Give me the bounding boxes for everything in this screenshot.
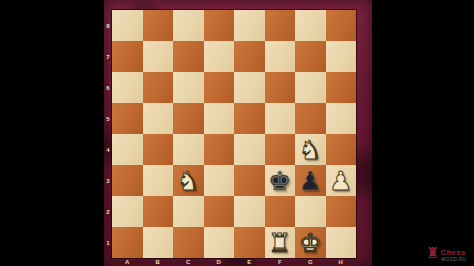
square-e3[interactable]: [234, 165, 265, 196]
white-king-g1[interactable]: ♚: [299, 230, 322, 256]
square-h2[interactable]: [326, 196, 357, 227]
square-f2[interactable]: [265, 196, 296, 227]
square-c4[interactable]: [173, 134, 204, 165]
square-h1[interactable]: [326, 227, 357, 258]
square-a1[interactable]: [112, 227, 143, 258]
square-c6[interactable]: [173, 72, 204, 103]
file-label-h: H: [326, 258, 357, 266]
watermark: ♜ Chess WOOD.RU: [426, 246, 473, 263]
square-e8[interactable]: [234, 10, 265, 41]
square-d1[interactable]: [204, 227, 235, 258]
square-e2[interactable]: [234, 196, 265, 227]
square-d8[interactable]: [204, 10, 235, 41]
white-pawn-h3[interactable]: ♟: [329, 168, 352, 194]
file-label-b: B: [143, 258, 174, 266]
rank-label-5: 5: [104, 103, 112, 134]
square-f6[interactable]: [265, 72, 296, 103]
rank-label-6: 6: [104, 72, 112, 103]
square-h3[interactable]: ♟: [326, 165, 357, 196]
square-b8[interactable]: [143, 10, 174, 41]
video-frame: 87654321 ABCDEFGH ♞♞♚♟♟♜♚ ♜ Chess WOOD.R…: [0, 0, 474, 266]
square-e1[interactable]: [234, 227, 265, 258]
square-f3[interactable]: ♚: [265, 165, 296, 196]
square-a6[interactable]: [112, 72, 143, 103]
square-e5[interactable]: [234, 103, 265, 134]
file-label-c: C: [173, 258, 204, 266]
square-h7[interactable]: [326, 41, 357, 72]
square-a7[interactable]: [112, 41, 143, 72]
square-c7[interactable]: [173, 41, 204, 72]
square-b1[interactable]: [143, 227, 174, 258]
square-d6[interactable]: [204, 72, 235, 103]
white-rook-f1[interactable]: ♜: [268, 230, 291, 256]
watermark-title: Chess: [441, 249, 473, 257]
file-label-d: D: [204, 258, 235, 266]
square-f1[interactable]: ♜: [265, 227, 296, 258]
square-d7[interactable]: [204, 41, 235, 72]
square-d4[interactable]: [204, 134, 235, 165]
white-knight-c3[interactable]: ♞: [177, 168, 200, 194]
square-g8[interactable]: [295, 10, 326, 41]
watermark-subtitle: WOOD.RU: [441, 257, 466, 262]
square-b2[interactable]: [143, 196, 174, 227]
square-e7[interactable]: [234, 41, 265, 72]
rank-label-2: 2: [104, 196, 112, 227]
black-pawn-g3[interactable]: ♟: [299, 168, 322, 194]
square-c5[interactable]: [173, 103, 204, 134]
square-c3[interactable]: ♞: [173, 165, 204, 196]
chess-board-frame: 87654321 ABCDEFGH ♞♞♚♟♟♜♚: [104, 0, 372, 266]
square-f8[interactable]: [265, 10, 296, 41]
square-h6[interactable]: [326, 72, 357, 103]
square-g2[interactable]: [295, 196, 326, 227]
square-g1[interactable]: ♚: [295, 227, 326, 258]
square-h8[interactable]: [326, 10, 357, 41]
square-f7[interactable]: [265, 41, 296, 72]
square-g6[interactable]: [295, 72, 326, 103]
square-f5[interactable]: [265, 103, 296, 134]
file-label-g: G: [295, 258, 326, 266]
square-c2[interactable]: [173, 196, 204, 227]
square-d2[interactable]: [204, 196, 235, 227]
square-c1[interactable]: [173, 227, 204, 258]
square-h5[interactable]: [326, 103, 357, 134]
square-d3[interactable]: [204, 165, 235, 196]
square-a4[interactable]: [112, 134, 143, 165]
file-label-a: A: [112, 258, 143, 266]
chess-board: ♞♞♚♟♟♜♚: [112, 10, 356, 258]
file-labels: ABCDEFGH: [112, 258, 356, 266]
black-king-f3[interactable]: ♚: [268, 168, 291, 194]
square-b3[interactable]: [143, 165, 174, 196]
rank-label-8: 8: [104, 10, 112, 41]
square-b4[interactable]: [143, 134, 174, 165]
square-a5[interactable]: [112, 103, 143, 134]
rank-label-3: 3: [104, 165, 112, 196]
square-g5[interactable]: [295, 103, 326, 134]
white-knight-g4[interactable]: ♞: [299, 137, 322, 163]
square-h4[interactable]: [326, 134, 357, 165]
square-g4[interactable]: ♞: [295, 134, 326, 165]
square-g7[interactable]: [295, 41, 326, 72]
square-e4[interactable]: [234, 134, 265, 165]
square-g3[interactable]: ♟: [295, 165, 326, 196]
square-b6[interactable]: [143, 72, 174, 103]
square-a8[interactable]: [112, 10, 143, 41]
square-b5[interactable]: [143, 103, 174, 134]
rank-labels: 87654321: [104, 10, 112, 258]
square-a3[interactable]: [112, 165, 143, 196]
rank-label-4: 4: [104, 134, 112, 165]
file-label-e: E: [234, 258, 265, 266]
square-b7[interactable]: [143, 41, 174, 72]
chess-rook-logo-icon: ♜: [426, 246, 439, 261]
square-d5[interactable]: [204, 103, 235, 134]
square-a2[interactable]: [112, 196, 143, 227]
file-label-f: F: [265, 258, 296, 266]
square-e6[interactable]: [234, 72, 265, 103]
rank-label-1: 1: [104, 227, 112, 258]
square-c8[interactable]: [173, 10, 204, 41]
rank-label-7: 7: [104, 41, 112, 72]
square-f4[interactable]: [265, 134, 296, 165]
